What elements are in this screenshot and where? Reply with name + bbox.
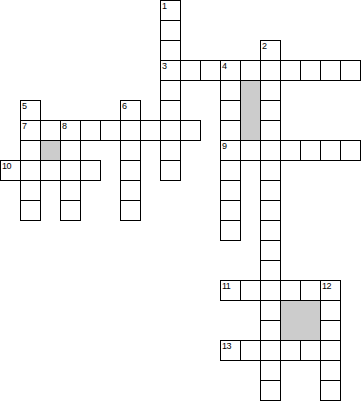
cell[interactable]	[220, 340, 241, 361]
cell[interactable]	[260, 100, 281, 121]
cell[interactable]	[260, 80, 281, 101]
cell[interactable]	[280, 280, 301, 301]
shaded-area	[300, 320, 321, 341]
cell[interactable]	[180, 120, 201, 141]
cell[interactable]	[60, 120, 81, 141]
cell[interactable]	[300, 280, 321, 301]
cell[interactable]	[60, 200, 81, 221]
cell[interactable]	[160, 60, 181, 81]
cell[interactable]	[160, 0, 181, 21]
cell[interactable]	[20, 120, 41, 141]
cell[interactable]	[60, 180, 81, 201]
cell[interactable]	[320, 360, 341, 381]
cell[interactable]	[20, 160, 41, 181]
cell[interactable]	[240, 280, 261, 301]
cell[interactable]	[260, 40, 281, 61]
cell[interactable]	[260, 160, 281, 181]
cell[interactable]	[260, 60, 281, 81]
cell[interactable]	[100, 120, 121, 141]
cell[interactable]	[160, 20, 181, 41]
cell[interactable]	[60, 160, 81, 181]
cell[interactable]	[80, 160, 101, 181]
cell[interactable]	[260, 280, 281, 301]
cell[interactable]	[280, 60, 301, 81]
cell[interactable]	[260, 220, 281, 241]
cell[interactable]	[160, 100, 181, 121]
shaded-area	[300, 300, 321, 321]
cell[interactable]	[160, 40, 181, 61]
cell[interactable]	[260, 380, 281, 401]
cell[interactable]	[60, 140, 81, 161]
cell[interactable]	[300, 60, 321, 81]
cell[interactable]	[20, 100, 41, 121]
cell[interactable]	[20, 200, 41, 221]
cell[interactable]	[160, 120, 181, 141]
cell[interactable]	[340, 140, 361, 161]
cell[interactable]	[320, 60, 341, 81]
shaded-area	[240, 120, 261, 141]
cell[interactable]	[0, 160, 21, 181]
cell[interactable]	[300, 140, 321, 161]
cell[interactable]	[240, 340, 261, 361]
cell[interactable]	[220, 280, 241, 301]
cell[interactable]	[160, 80, 181, 101]
cell[interactable]	[20, 140, 41, 161]
cell[interactable]	[320, 320, 341, 341]
cell[interactable]	[40, 160, 61, 181]
cell[interactable]	[120, 100, 141, 121]
cell[interactable]	[120, 200, 141, 221]
shaded-area	[40, 140, 61, 161]
cell[interactable]	[220, 60, 241, 81]
cell[interactable]	[220, 220, 241, 241]
cell[interactable]	[220, 160, 241, 181]
shaded-area	[240, 80, 261, 101]
cell[interactable]	[120, 160, 141, 181]
cell[interactable]	[300, 340, 321, 361]
cell[interactable]	[260, 180, 281, 201]
cell[interactable]	[240, 60, 261, 81]
cell[interactable]	[260, 320, 281, 341]
cell[interactable]	[120, 140, 141, 161]
cell[interactable]	[20, 180, 41, 201]
cell[interactable]	[320, 280, 341, 301]
cell[interactable]	[40, 120, 61, 141]
cell[interactable]	[320, 340, 341, 361]
cell[interactable]	[80, 120, 101, 141]
crossword-grid: 12345678910111213	[0, 0, 361, 401]
cell[interactable]	[160, 160, 181, 181]
cell[interactable]	[220, 120, 241, 141]
cell[interactable]	[220, 140, 241, 161]
cell[interactable]	[160, 140, 181, 161]
cell[interactable]	[280, 340, 301, 361]
shaded-area	[240, 100, 261, 121]
cell[interactable]	[220, 100, 241, 121]
cell[interactable]	[260, 240, 281, 261]
cell[interactable]	[120, 180, 141, 201]
cell[interactable]	[320, 380, 341, 401]
cell[interactable]	[120, 120, 141, 141]
cell[interactable]	[260, 300, 281, 321]
cell[interactable]	[320, 140, 341, 161]
cell[interactable]	[260, 260, 281, 281]
cell[interactable]	[280, 140, 301, 161]
cell[interactable]	[260, 360, 281, 381]
shaded-area	[280, 320, 301, 341]
cell[interactable]	[180, 60, 201, 81]
cell[interactable]	[220, 80, 241, 101]
cell[interactable]	[320, 300, 341, 321]
cell[interactable]	[220, 200, 241, 221]
cell[interactable]	[260, 120, 281, 141]
cell[interactable]	[340, 60, 361, 81]
cell[interactable]	[200, 60, 221, 81]
cell[interactable]	[140, 120, 161, 141]
shaded-area	[280, 300, 301, 321]
cell[interactable]	[260, 340, 281, 361]
cell[interactable]	[240, 140, 261, 161]
cell[interactable]	[260, 200, 281, 221]
cell[interactable]	[260, 140, 281, 161]
cell[interactable]	[220, 180, 241, 201]
